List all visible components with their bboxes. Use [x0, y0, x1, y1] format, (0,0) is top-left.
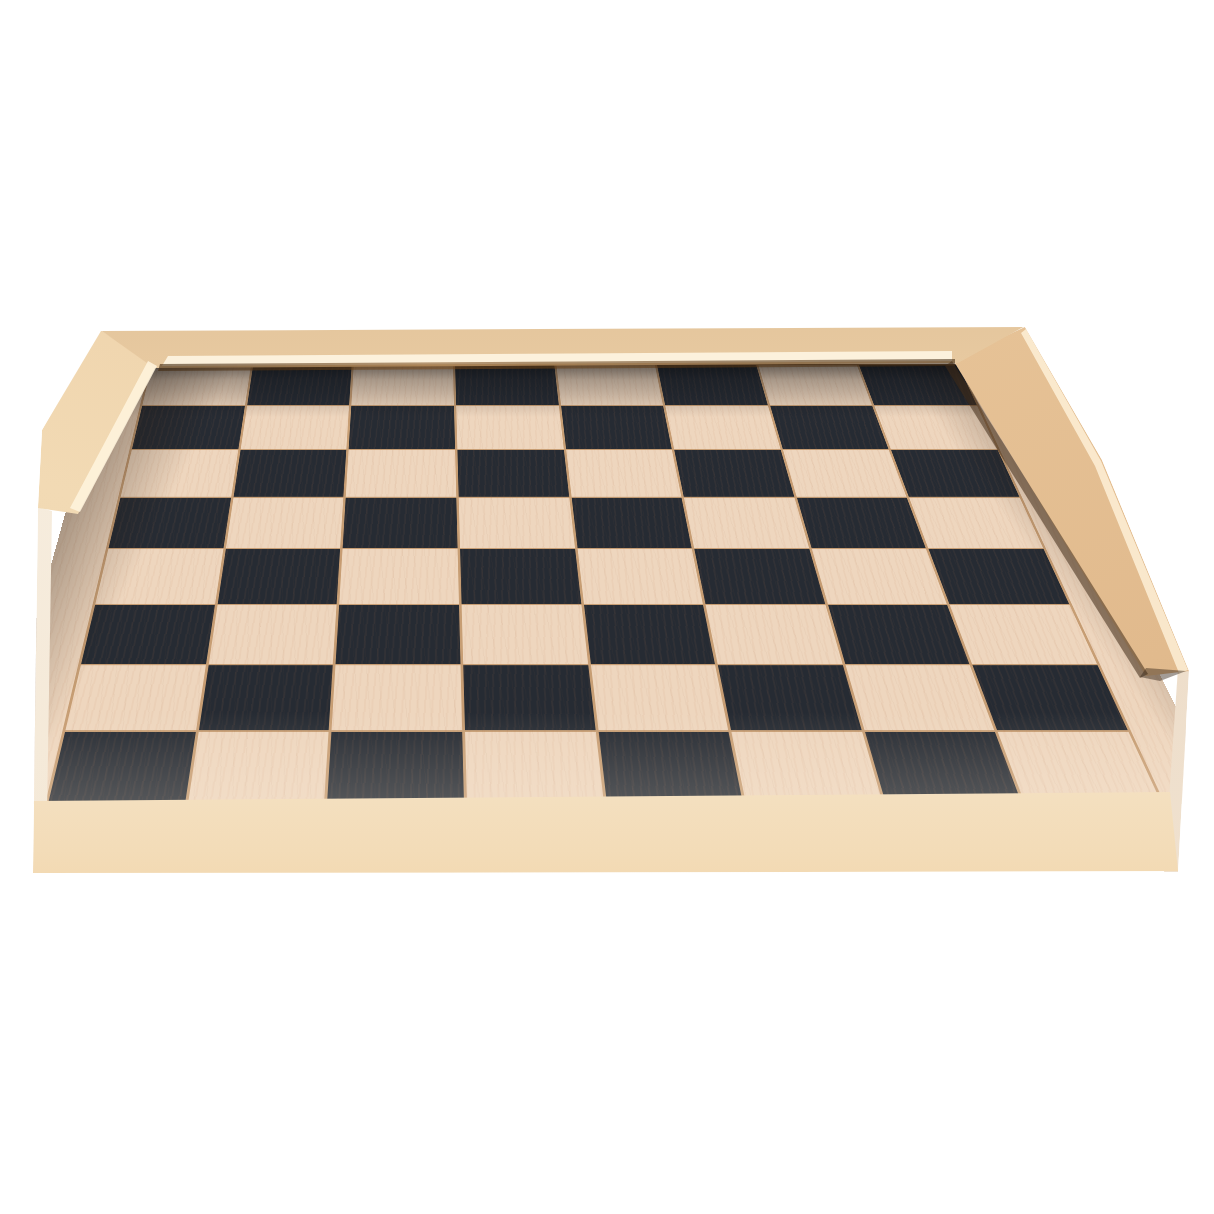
cell-c6: [346, 450, 456, 497]
cell-e1: [598, 732, 743, 803]
cell-d3: [462, 605, 588, 664]
cell-e3: [584, 605, 715, 664]
cell-c5: [343, 498, 458, 548]
cell-d5: [459, 498, 575, 548]
cell-b5: [226, 498, 344, 548]
cell-g4: [812, 549, 947, 604]
cell-f2: [718, 665, 861, 730]
cell-b7: [240, 406, 349, 449]
cell-g2: [845, 665, 994, 730]
cell-a6: [121, 450, 238, 497]
cell-f1: [731, 732, 882, 803]
cell-f5: [684, 498, 809, 548]
cell-c3: [336, 605, 461, 664]
cell-c1: [327, 732, 463, 803]
board-grid: [45, 364, 1165, 804]
cell-a4: [95, 549, 223, 604]
cell-c4: [339, 549, 458, 604]
cell-f8: [657, 365, 767, 405]
perspective-scene: [0, 0, 1214, 1214]
cell-a1: [48, 732, 195, 803]
chessboard-surface: [0, 364, 1214, 804]
cell-h7: [875, 406, 997, 449]
cell-a7: [132, 406, 245, 449]
cell-d6: [457, 450, 568, 497]
cell-e8: [556, 365, 663, 405]
cell-e7: [561, 406, 672, 449]
cell-g5: [797, 498, 926, 548]
cell-d4: [460, 549, 581, 604]
cell-a3: [81, 605, 215, 664]
cell-g3: [828, 605, 970, 664]
wooden-board: [0, 0, 1214, 1214]
cell-h5: [909, 498, 1043, 548]
cell-b3: [208, 605, 336, 664]
cell-b1: [188, 732, 329, 803]
cell-a5: [109, 498, 231, 548]
cell-e5: [571, 498, 691, 548]
cell-f7: [665, 406, 780, 449]
cell-a8: [142, 365, 250, 405]
cell-h6: [891, 450, 1019, 497]
cell-g8: [758, 365, 872, 405]
cell-d2: [463, 665, 595, 730]
cell-b6: [233, 450, 346, 497]
cell-e2: [591, 665, 729, 730]
cell-h3: [950, 605, 1097, 664]
cell-d1: [465, 732, 603, 803]
cell-f3: [706, 605, 843, 664]
cell-h4: [929, 549, 1069, 604]
cell-f4: [694, 549, 824, 604]
cell-c2: [332, 665, 462, 730]
cell-b2: [199, 665, 333, 730]
cell-c7: [349, 406, 455, 449]
cell-d8: [455, 365, 558, 405]
cell-b8: [247, 365, 352, 405]
cell-f6: [674, 450, 794, 497]
cell-g7: [770, 406, 889, 449]
board-photo: Product photograph of an empty light woo…: [0, 0, 1214, 1214]
cell-d7: [456, 406, 563, 449]
cell-c8: [352, 365, 454, 405]
cell-e4: [577, 549, 703, 604]
cell-g1: [865, 732, 1022, 803]
cell-h8: [859, 365, 977, 405]
cell-b4: [217, 549, 340, 604]
cell-g6: [783, 450, 907, 497]
cell-a2: [65, 665, 205, 730]
cell-h2: [973, 665, 1128, 730]
cell-e6: [566, 450, 682, 497]
cell-h1: [998, 732, 1161, 803]
